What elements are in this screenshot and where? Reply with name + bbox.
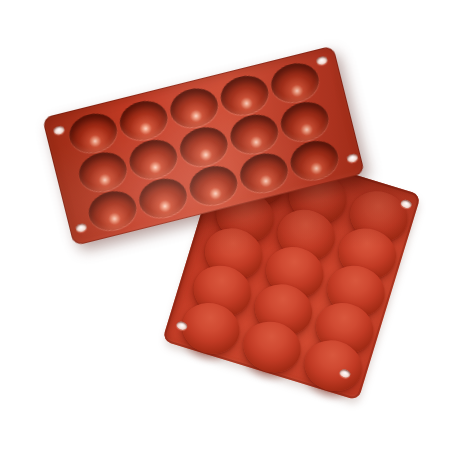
- mold-cavity: [186, 161, 242, 209]
- mold-cavity: [125, 135, 181, 183]
- mold-cavity: [135, 174, 191, 222]
- mold-cavity: [166, 84, 222, 132]
- mold-cavity: [176, 122, 232, 170]
- mold-cavity: [116, 96, 172, 144]
- mold-cavity: [226, 110, 282, 158]
- mold-cavity: [217, 71, 273, 119]
- mold-cavity: [267, 59, 323, 107]
- mold-cavity: [286, 136, 342, 184]
- mold-cavity: [85, 186, 141, 234]
- mold-cavity: [65, 109, 121, 157]
- mold-cavity: [277, 97, 333, 145]
- mold-cavity: [236, 149, 292, 197]
- mold-cavity: [75, 148, 131, 196]
- product-photo: [0, 0, 458, 458]
